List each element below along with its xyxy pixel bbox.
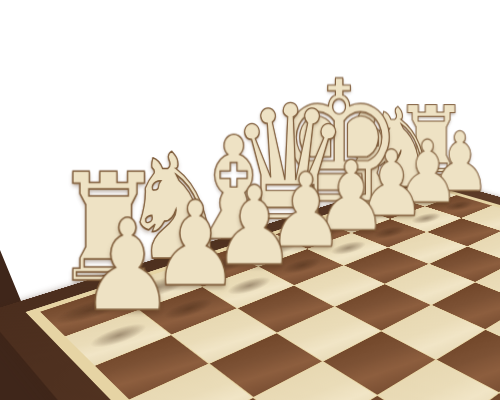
chess-set-photo-scene: ♟♟♟♟♟♟♟♟♜♞♝♛♚♝♞♜	[0, 0, 500, 400]
chess-board: ♟♟♟♟♟♟♟♟♜♞♝♛♚♝♞♜	[0, 175, 500, 400]
pawn-icon: ♟	[79, 202, 141, 328]
piece-white-pawn-a2[interactable]: ♟	[79, 202, 141, 328]
